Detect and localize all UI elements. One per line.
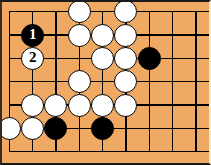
stone-black[interactable] [138, 47, 161, 70]
move-number: 2 [29, 50, 37, 66]
stone-white[interactable] [21, 94, 44, 117]
stone-white[interactable] [91, 24, 114, 47]
stone-white[interactable] [114, 70, 137, 93]
go-board[interactable]: 12 [0, 0, 211, 165]
grid-line-h-7 [9, 151, 209, 153]
stone-white[interactable] [68, 0, 91, 23]
stone-black[interactable] [44, 117, 67, 140]
stone-white[interactable] [68, 24, 91, 47]
stone-white[interactable] [68, 70, 91, 93]
stone-white[interactable] [91, 47, 114, 70]
move-1-stone-black[interactable]: 1 [21, 24, 44, 47]
stone-white[interactable] [114, 47, 137, 70]
move-number: 1 [29, 27, 37, 43]
stone-white[interactable] [68, 94, 91, 117]
stone-white[interactable] [114, 0, 137, 23]
grid-line-h-1 [9, 11, 209, 13]
move-2-stone-white[interactable]: 2 [21, 47, 44, 70]
stone-white[interactable] [44, 94, 67, 117]
grid-line-v-7 [149, 11, 151, 152]
stone-white[interactable] [0, 117, 21, 140]
stone-white[interactable] [114, 24, 137, 47]
stone-white[interactable] [114, 94, 137, 117]
grid-line-h-4 [9, 81, 209, 83]
grid-line-v-8 [172, 11, 174, 152]
stone-white[interactable] [21, 117, 44, 140]
grid-line-v-9 [195, 11, 197, 152]
stone-black[interactable] [91, 117, 114, 140]
stone-white[interactable] [91, 94, 114, 117]
